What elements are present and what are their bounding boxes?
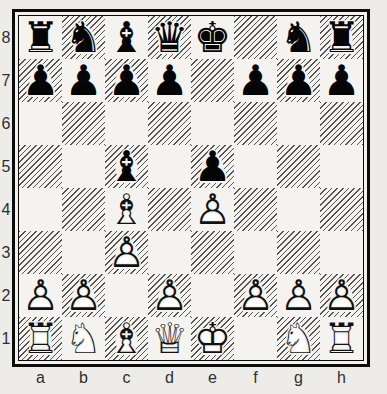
- white-bishop-glyph: ♗: [108, 317, 146, 360]
- square-d1: ♛♕: [148, 317, 191, 360]
- white-pawn-glyph: ♙: [280, 274, 318, 317]
- square-h1: ♜♖: [320, 317, 363, 360]
- square-c1: ♝♗: [105, 317, 148, 360]
- square-h4: [320, 188, 363, 231]
- white-pawn-a2: ♟♙: [19, 274, 62, 317]
- file-label-d: d: [148, 366, 191, 390]
- white-pawn-d2: ♟♙: [148, 274, 191, 317]
- black-pawn-glyph: ♟: [280, 59, 318, 102]
- square-b5: [62, 145, 105, 188]
- square-a6: [19, 102, 62, 145]
- black-pawn-glyph: ♟: [323, 59, 361, 102]
- square-d4: [148, 188, 191, 231]
- black-knight-glyph: ♞: [65, 16, 103, 59]
- file-label-c: c: [105, 366, 148, 390]
- square-a1: ♜♖: [19, 317, 62, 360]
- white-pawn-glyph: ♙: [22, 274, 60, 317]
- square-e2: [191, 274, 234, 317]
- file-label-b: b: [62, 366, 105, 390]
- square-f2: ♟♙: [234, 274, 277, 317]
- white-pawn-glyph: ♙: [194, 188, 232, 231]
- black-pawn-h7: ♟: [320, 59, 363, 102]
- black-bishop-glyph: ♝: [108, 145, 146, 188]
- file-label-g: g: [277, 366, 320, 390]
- black-pawn-g7: ♟: [277, 59, 320, 102]
- black-bishop-c5: ♝: [105, 145, 148, 188]
- square-h7: ♟: [320, 59, 363, 102]
- black-pawn-glyph: ♟: [194, 145, 232, 188]
- black-pawn-b7: ♟: [62, 59, 105, 102]
- black-pawn-glyph: ♟: [65, 59, 103, 102]
- square-f4: [234, 188, 277, 231]
- square-b3: [62, 231, 105, 274]
- black-rook-h8: ♜: [320, 16, 363, 59]
- square-e3: [191, 231, 234, 274]
- square-e7: [191, 59, 234, 102]
- square-h2: ♟♙: [320, 274, 363, 317]
- square-f1: [234, 317, 277, 360]
- black-queen-d8: ♛: [148, 16, 191, 59]
- rank-label-2: 2: [0, 274, 12, 317]
- black-knight-glyph: ♞: [280, 16, 318, 59]
- white-knight-glyph: ♘: [65, 317, 103, 360]
- rank-label-1: 1: [0, 317, 12, 360]
- white-knight-b1: ♞♘: [62, 317, 105, 360]
- square-g6: [277, 102, 320, 145]
- black-pawn-e5: ♟: [191, 145, 234, 188]
- square-g4: [277, 188, 320, 231]
- square-g1: ♞♘: [277, 317, 320, 360]
- square-c6: [105, 102, 148, 145]
- white-pawn-f2: ♟♙: [234, 274, 277, 317]
- black-pawn-glyph: ♟: [108, 59, 146, 102]
- square-c2: [105, 274, 148, 317]
- white-queen-d1: ♛♕: [148, 317, 191, 360]
- square-h8: ♜: [320, 16, 363, 59]
- white-rook-h1: ♜♖: [320, 317, 363, 360]
- square-f6: [234, 102, 277, 145]
- square-c3: ♟♙: [105, 231, 148, 274]
- white-knight-g1: ♞♘: [277, 317, 320, 360]
- white-pawn-glyph: ♙: [108, 231, 146, 274]
- rank-label-4: 4: [0, 188, 12, 231]
- black-bishop-c8: ♝: [105, 16, 148, 59]
- rank-label-6: 6: [0, 102, 12, 145]
- white-pawn-e4: ♟♙: [191, 188, 234, 231]
- white-pawn-glyph: ♙: [323, 274, 361, 317]
- white-pawn-b2: ♟♙: [62, 274, 105, 317]
- square-d5: [148, 145, 191, 188]
- chess-board: ♜♞♝♛♚♞♜♟♟♟♟♟♟♟♝♟♝♗♟♙♟♙♟♙♟♙♟♙♟♙♟♙♟♙♜♖♞♘♝♗…: [12, 9, 370, 367]
- square-c4: ♝♗: [105, 188, 148, 231]
- square-a3: [19, 231, 62, 274]
- black-queen-glyph: ♛: [151, 16, 189, 59]
- square-g7: ♟: [277, 59, 320, 102]
- square-e6: [191, 102, 234, 145]
- square-g3: [277, 231, 320, 274]
- square-a5: [19, 145, 62, 188]
- rank-label-3: 3: [0, 231, 12, 274]
- square-b4: [62, 188, 105, 231]
- square-d3: [148, 231, 191, 274]
- square-b7: ♟: [62, 59, 105, 102]
- square-g5: [277, 145, 320, 188]
- black-pawn-glyph: ♟: [237, 59, 275, 102]
- black-pawn-f7: ♟: [234, 59, 277, 102]
- square-f7: ♟: [234, 59, 277, 102]
- white-bishop-c4: ♝♗: [105, 188, 148, 231]
- white-bishop-glyph: ♗: [108, 188, 146, 231]
- square-d7: ♟: [148, 59, 191, 102]
- black-knight-b8: ♞: [62, 16, 105, 59]
- white-rook-glyph: ♖: [323, 317, 361, 360]
- square-h3: [320, 231, 363, 274]
- file-label-h: h: [320, 366, 363, 390]
- rank-label-8: 8: [0, 16, 12, 59]
- square-f3: [234, 231, 277, 274]
- black-pawn-c7: ♟: [105, 59, 148, 102]
- square-e5: ♟: [191, 145, 234, 188]
- black-rook-a8: ♜: [19, 16, 62, 59]
- square-b1: ♞♘: [62, 317, 105, 360]
- white-pawn-glyph: ♙: [237, 274, 275, 317]
- square-e8: ♚: [191, 16, 234, 59]
- white-king-glyph: ♔: [194, 317, 232, 360]
- white-bishop-c1: ♝♗: [105, 317, 148, 360]
- file-label-f: f: [234, 366, 277, 390]
- black-rook-glyph: ♜: [22, 16, 60, 59]
- square-b8: ♞: [62, 16, 105, 59]
- white-rook-a1: ♜♖: [19, 317, 62, 360]
- white-pawn-c3: ♟♙: [105, 231, 148, 274]
- white-knight-glyph: ♘: [280, 317, 318, 360]
- black-pawn-a7: ♟: [19, 59, 62, 102]
- black-knight-g8: ♞: [277, 16, 320, 59]
- square-g2: ♟♙: [277, 274, 320, 317]
- square-d8: ♛: [148, 16, 191, 59]
- square-a8: ♜: [19, 16, 62, 59]
- black-pawn-glyph: ♟: [22, 59, 60, 102]
- white-pawn-h2: ♟♙: [320, 274, 363, 317]
- square-h6: [320, 102, 363, 145]
- rank-label-5: 5: [0, 145, 12, 188]
- page-background: 87654321 ♜♞♝♛♚♞♜♟♟♟♟♟♟♟♝♟♝♗♟♙♟♙♟♙♟♙♟♙♟♙♟…: [0, 0, 387, 394]
- square-h5: [320, 145, 363, 188]
- square-d2: ♟♙: [148, 274, 191, 317]
- white-king-e1: ♚♔: [191, 317, 234, 360]
- file-label-e: e: [191, 366, 234, 390]
- square-a7: ♟: [19, 59, 62, 102]
- square-a4: [19, 188, 62, 231]
- square-e4: ♟♙: [191, 188, 234, 231]
- rank-labels: 87654321: [0, 16, 12, 360]
- white-pawn-glyph: ♙: [151, 274, 189, 317]
- black-pawn-d7: ♟: [148, 59, 191, 102]
- rank-label-7: 7: [0, 59, 12, 102]
- file-label-a: a: [19, 366, 62, 390]
- square-f5: [234, 145, 277, 188]
- square-d6: [148, 102, 191, 145]
- square-c7: ♟: [105, 59, 148, 102]
- black-king-e8: ♚: [191, 16, 234, 59]
- square-a2: ♟♙: [19, 274, 62, 317]
- square-b2: ♟♙: [62, 274, 105, 317]
- white-pawn-g2: ♟♙: [277, 274, 320, 317]
- black-bishop-glyph: ♝: [108, 16, 146, 59]
- white-queen-glyph: ♕: [151, 317, 189, 360]
- black-rook-glyph: ♜: [323, 16, 361, 59]
- white-pawn-glyph: ♙: [65, 274, 103, 317]
- black-pawn-glyph: ♟: [151, 59, 189, 102]
- square-c8: ♝: [105, 16, 148, 59]
- square-g8: ♞: [277, 16, 320, 59]
- square-c5: ♝: [105, 145, 148, 188]
- square-f8: [234, 16, 277, 59]
- file-labels: abcdefgh: [19, 366, 363, 390]
- white-rook-glyph: ♖: [22, 317, 60, 360]
- chess-board-grid: ♜♞♝♛♚♞♜♟♟♟♟♟♟♟♝♟♝♗♟♙♟♙♟♙♟♙♟♙♟♙♟♙♟♙♜♖♞♘♝♗…: [18, 15, 364, 361]
- square-e1: ♚♔: [191, 317, 234, 360]
- square-b6: [62, 102, 105, 145]
- black-king-glyph: ♚: [194, 16, 232, 59]
